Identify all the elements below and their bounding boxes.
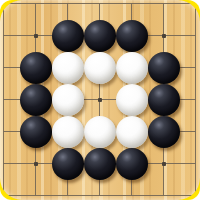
white-stone [116,52,148,84]
go-board[interactable] [0,0,200,200]
black-stone [116,148,148,180]
black-stone [148,52,180,84]
hoshi-star-point [34,162,38,166]
white-stone [52,52,84,84]
white-stone [116,116,148,148]
board-grid[interactable] [3,3,196,196]
black-stone [20,52,52,84]
hoshi-star-point [162,34,166,38]
black-stone [148,116,180,148]
hoshi-star-point [162,162,166,166]
hoshi-star-point [98,98,102,102]
white-stone [52,84,84,116]
black-stone [84,20,116,52]
white-stone [84,52,116,84]
go-app-screenshot [0,0,200,200]
hoshi-star-point [34,34,38,38]
black-stone [20,84,52,116]
black-stone [20,116,52,148]
white-stone [116,84,148,116]
black-stone [84,148,116,180]
black-stone [52,148,84,180]
black-stone [52,20,84,52]
white-stone [84,116,116,148]
black-stone [148,84,180,116]
black-stone [116,20,148,52]
white-stone [52,116,84,148]
